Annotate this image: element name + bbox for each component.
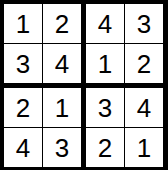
cell-r3c4[interactable]: 4 <box>125 88 163 127</box>
cell-r3c3[interactable]: 3 <box>86 88 124 127</box>
cell-r2c1[interactable]: 3 <box>4 44 42 83</box>
cell-r1c3[interactable]: 4 <box>86 4 124 43</box>
cell-r4c4[interactable]: 1 <box>125 128 163 167</box>
cell-r1c1[interactable]: 1 <box>4 4 42 43</box>
cell-r2c4[interactable]: 2 <box>125 44 163 83</box>
cell-r3c2[interactable]: 1 <box>43 88 81 127</box>
cell-r4c2[interactable]: 3 <box>43 128 81 167</box>
cell-r3c1[interactable]: 2 <box>4 88 42 127</box>
cell-r4c1[interactable]: 4 <box>4 128 42 167</box>
cell-r1c4[interactable]: 3 <box>125 4 163 43</box>
cell-r4c3[interactable]: 2 <box>86 128 124 167</box>
cell-r1c2[interactable]: 2 <box>43 4 81 43</box>
sudoku-board: 1 2 4 3 3 4 1 2 2 1 3 4 4 3 2 1 <box>0 0 168 170</box>
cell-r2c2[interactable]: 4 <box>43 44 81 83</box>
cell-r2c3[interactable]: 1 <box>86 44 124 83</box>
